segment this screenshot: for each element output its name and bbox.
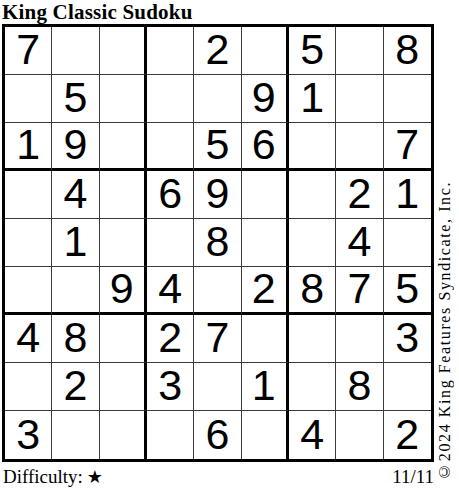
cell-r1c3 — [100, 27, 147, 75]
cell-r6c2 — [52, 267, 99, 315]
cell-r8c7 — [289, 363, 336, 411]
cell-r5c1 — [5, 219, 52, 267]
cell-r2c5 — [194, 75, 241, 123]
cell-r4c5: 9 — [194, 171, 241, 219]
cell-r6c8: 7 — [336, 267, 383, 315]
cell-r4c8: 2 — [336, 171, 383, 219]
cell-r1c1: 7 — [5, 27, 52, 75]
cell-r3c4 — [147, 123, 194, 171]
cell-r2c1 — [5, 75, 52, 123]
cell-r5c9 — [384, 219, 431, 267]
cell-r1c4 — [147, 27, 194, 75]
cell-r2c7: 1 — [289, 75, 336, 123]
cell-r5c8: 4 — [336, 219, 383, 267]
cell-r6c4: 4 — [147, 267, 194, 315]
cell-r3c5: 5 — [194, 123, 241, 171]
cell-r5c6 — [242, 219, 289, 267]
sudoku-grid: 725859119567469211849428754827323183642 — [2, 24, 434, 462]
cell-r6c7: 8 — [289, 267, 336, 315]
cell-r5c7 — [289, 219, 336, 267]
cell-r9c1: 3 — [5, 411, 52, 459]
sudoku-page: King Classic Sudoku 72585911956746921184… — [0, 0, 459, 494]
copyright-text: ©2024 King Features Syndicate, Inc. — [436, 181, 454, 480]
cell-r7c5: 7 — [194, 315, 241, 363]
cell-r4c1 — [5, 171, 52, 219]
cell-r7c4: 2 — [147, 315, 194, 363]
cell-r4c6 — [242, 171, 289, 219]
cell-r5c2: 1 — [52, 219, 99, 267]
cell-r4c3 — [100, 171, 147, 219]
cell-r1c7: 5 — [289, 27, 336, 75]
cell-r9c5: 6 — [194, 411, 241, 459]
cell-r3c6: 6 — [242, 123, 289, 171]
cell-r6c9: 5 — [384, 267, 431, 315]
cell-r3c9: 7 — [384, 123, 431, 171]
cell-r9c9: 2 — [384, 411, 431, 459]
cell-r1c5: 2 — [194, 27, 241, 75]
cell-r2c9 — [384, 75, 431, 123]
cell-r9c7: 4 — [289, 411, 336, 459]
cell-r1c8 — [336, 27, 383, 75]
cell-r7c6 — [242, 315, 289, 363]
cell-r6c3: 9 — [100, 267, 147, 315]
cell-r2c3 — [100, 75, 147, 123]
cell-r8c2: 2 — [52, 363, 99, 411]
difficulty-label: Difficulty: — [3, 466, 83, 487]
cell-r3c1: 1 — [5, 123, 52, 171]
cell-r9c6 — [242, 411, 289, 459]
cell-r7c2: 8 — [52, 315, 99, 363]
cell-r5c4 — [147, 219, 194, 267]
cell-r3c8 — [336, 123, 383, 171]
cell-r8c3 — [100, 363, 147, 411]
cell-r9c3 — [100, 411, 147, 459]
puzzle-title: King Classic Sudoku — [2, 0, 193, 25]
cell-r9c8 — [336, 411, 383, 459]
cell-r3c7 — [289, 123, 336, 171]
cell-r8c8: 8 — [336, 363, 383, 411]
cell-r3c3 — [100, 123, 147, 171]
cell-r4c2: 4 — [52, 171, 99, 219]
cell-r4c7 — [289, 171, 336, 219]
cell-r8c4: 3 — [147, 363, 194, 411]
cell-r7c7 — [289, 315, 336, 363]
cell-r7c1: 4 — [5, 315, 52, 363]
puzzle-date: 11/11 — [334, 466, 434, 488]
cell-r6c5 — [194, 267, 241, 315]
cell-r9c2 — [52, 411, 99, 459]
cell-r6c1 — [5, 267, 52, 315]
star-icon: ★ — [83, 467, 103, 487]
cell-r8c5 — [194, 363, 241, 411]
cell-r7c8 — [336, 315, 383, 363]
cell-r2c2: 5 — [52, 75, 99, 123]
cell-r4c9: 1 — [384, 171, 431, 219]
cell-r8c1 — [5, 363, 52, 411]
cell-r1c9: 8 — [384, 27, 431, 75]
cell-r1c6 — [242, 27, 289, 75]
cell-r5c5: 8 — [194, 219, 241, 267]
cell-r7c3 — [100, 315, 147, 363]
cell-r9c4 — [147, 411, 194, 459]
cell-r4c4: 6 — [147, 171, 194, 219]
cell-r2c4 — [147, 75, 194, 123]
cell-r1c2 — [52, 27, 99, 75]
cell-r8c9 — [384, 363, 431, 411]
cell-r7c9: 3 — [384, 315, 431, 363]
cell-r8c6: 1 — [242, 363, 289, 411]
cell-r2c6: 9 — [242, 75, 289, 123]
cell-r5c3 — [100, 219, 147, 267]
cell-r2c8 — [336, 75, 383, 123]
cell-r6c6: 2 — [242, 267, 289, 315]
difficulty-line: Difficulty:★ — [3, 466, 103, 488]
cell-r3c2: 9 — [52, 123, 99, 171]
